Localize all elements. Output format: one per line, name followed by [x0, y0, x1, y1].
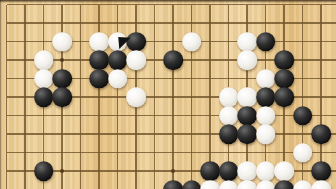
white-stone[interactable]: [34, 50, 54, 70]
white-stone[interactable]: [108, 69, 128, 89]
black-stone[interactable]: [311, 124, 331, 144]
white-stone[interactable]: [219, 180, 239, 189]
black-stone[interactable]: [219, 161, 239, 181]
white-stone[interactable]: [219, 106, 239, 126]
black-stone[interactable]: [34, 161, 54, 181]
black-stone[interactable]: [274, 50, 294, 70]
white-stone[interactable]: [182, 32, 202, 52]
white-stone[interactable]: [237, 161, 257, 181]
black-stone[interactable]: [256, 87, 276, 107]
go-board[interactable]: [0, 0, 336, 189]
grid-line-horizontal: [7, 115, 336, 116]
white-stone[interactable]: [293, 180, 313, 189]
white-stone[interactable]: [256, 69, 276, 89]
white-stone[interactable]: [219, 87, 239, 107]
black-stone[interactable]: [200, 161, 220, 181]
star-point: [60, 58, 64, 62]
black-stone[interactable]: [126, 32, 146, 52]
grid-line-horizontal: [7, 22, 336, 23]
black-stone[interactable]: [89, 69, 109, 89]
black-stone[interactable]: [52, 87, 72, 107]
black-stone[interactable]: [182, 180, 202, 189]
black-stone[interactable]: [34, 87, 54, 107]
white-stone[interactable]: [256, 180, 276, 189]
star-point: [171, 169, 175, 173]
black-stone[interactable]: [237, 106, 257, 126]
black-stone[interactable]: [311, 161, 331, 181]
white-stone[interactable]: [256, 161, 276, 181]
white-stone[interactable]: [237, 87, 257, 107]
board-top-edge-shadow: [0, 0, 336, 3]
black-stone[interactable]: [274, 180, 294, 189]
black-stone[interactable]: [219, 124, 239, 144]
white-stone[interactable]: [237, 180, 257, 189]
white-stone[interactable]: [274, 161, 294, 181]
white-stone[interactable]: [256, 106, 276, 126]
grid-line-horizontal: [7, 133, 336, 134]
star-point: [60, 169, 64, 173]
white-stone[interactable]: [89, 32, 109, 52]
white-stone[interactable]: [311, 180, 331, 189]
black-stone[interactable]: [274, 69, 294, 89]
white-stone[interactable]: [126, 87, 146, 107]
white-stone[interactable]: [52, 32, 72, 52]
board-left-edge-shadow: [0, 0, 2, 189]
black-stone[interactable]: [274, 87, 294, 107]
white-stone[interactable]: [237, 32, 257, 52]
grid-line-horizontal: [7, 4, 336, 5]
black-stone[interactable]: [163, 50, 183, 70]
black-stone[interactable]: [52, 69, 72, 89]
white-stone[interactable]: [237, 50, 257, 70]
black-stone[interactable]: [237, 124, 257, 144]
black-stone[interactable]: [293, 106, 313, 126]
white-stone[interactable]: [34, 69, 54, 89]
black-stone[interactable]: [108, 50, 128, 70]
grid-line-horizontal: [7, 152, 336, 153]
white-stone[interactable]: [126, 50, 146, 70]
black-stone[interactable]: [256, 32, 276, 52]
white-stone[interactable]: [200, 180, 220, 189]
black-stone[interactable]: [89, 50, 109, 70]
black-stone[interactable]: [163, 180, 183, 189]
white-stone[interactable]: [293, 143, 313, 163]
white-stone[interactable]: [256, 124, 276, 144]
